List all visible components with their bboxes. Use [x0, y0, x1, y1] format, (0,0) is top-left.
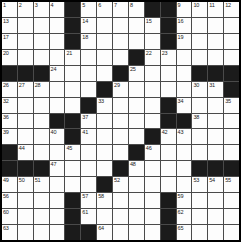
cell-r1c8[interactable]: 7 — [113, 2, 128, 17]
black-cell-r1c5 — [65, 2, 80, 17]
cell-r12c10[interactable] — [145, 177, 160, 192]
cell-r14c9[interactable] — [129, 209, 144, 224]
cell-r3c8[interactable] — [113, 34, 128, 49]
cell-r4c14[interactable] — [208, 50, 223, 65]
clue-number: 61 — [82, 209, 88, 215]
cell-r2c7[interactable] — [97, 18, 112, 33]
cell-r8c10[interactable] — [145, 114, 160, 129]
cell-r14c10[interactable] — [145, 209, 160, 224]
cell-r1c4[interactable]: 4 — [50, 2, 65, 17]
black-cell-r11c15 — [224, 161, 239, 176]
clue-number: 57 — [82, 193, 88, 199]
cell-r1c2[interactable]: 2 — [18, 2, 33, 17]
cell-r14c7[interactable] — [97, 209, 112, 224]
cell-r2c13[interactable] — [192, 18, 207, 33]
black-cell-r8c5 — [65, 114, 80, 129]
cell-r9c8[interactable] — [113, 129, 128, 144]
cell-r10c10[interactable]: 46 — [145, 145, 160, 160]
black-cell-r11c8 — [113, 161, 128, 176]
black-cell-r10c9 — [129, 145, 144, 160]
black-cell-r3c11 — [161, 34, 176, 49]
cell-r7c8[interactable] — [113, 98, 128, 113]
cell-r1c9[interactable]: 8 — [129, 2, 144, 17]
cell-r15c1[interactable]: 63 — [2, 225, 17, 240]
clue-number: 44 — [19, 145, 25, 151]
black-cell-r7c6 — [81, 98, 96, 113]
cell-r4c2[interactable] — [18, 50, 33, 65]
black-cell-r5c1 — [2, 66, 17, 81]
cell-r5c11[interactable] — [161, 66, 176, 81]
clue-number: 18 — [82, 34, 88, 40]
cell-r13c3[interactable] — [34, 193, 49, 208]
cell-r6c10[interactable] — [145, 82, 160, 97]
cell-r15c9[interactable] — [129, 225, 144, 240]
cell-r15c12[interactable]: 65 — [177, 225, 192, 240]
clue-number: 36 — [3, 114, 9, 120]
cell-r6c12[interactable] — [177, 82, 192, 97]
cell-r6c11[interactable] — [161, 82, 176, 97]
clue-number: 62 — [178, 209, 184, 215]
black-cell-r15c5 — [65, 225, 80, 240]
black-cell-r3c5 — [65, 34, 80, 49]
cell-r9c7[interactable] — [97, 129, 112, 144]
cell-r7c13[interactable] — [192, 98, 207, 113]
cell-r12c2[interactable]: 50 — [18, 177, 33, 192]
cell-r9c6[interactable]: 41 — [81, 129, 96, 144]
cell-r9c11[interactable]: 42 — [161, 129, 176, 144]
cell-r14c2[interactable] — [18, 209, 33, 224]
clue-number: 33 — [98, 98, 104, 104]
clue-number: 16 — [178, 18, 184, 24]
clue-number: 12 — [225, 2, 231, 8]
cell-r10c4[interactable] — [50, 145, 65, 160]
cell-r10c3[interactable] — [34, 145, 49, 160]
cell-r2c4[interactable] — [50, 18, 65, 33]
cell-r6c8[interactable]: 29 — [113, 82, 128, 97]
cell-r6c2[interactable]: 27 — [18, 82, 33, 97]
cell-r14c13[interactable] — [192, 209, 207, 224]
cell-r11c10[interactable] — [145, 161, 160, 176]
clue-number: 21 — [66, 50, 72, 56]
black-cell-r11c1 — [2, 161, 17, 176]
clue-number: 3 — [35, 2, 38, 8]
cell-r2c9[interactable] — [129, 18, 144, 33]
cell-r1c6[interactable]: 5 — [81, 2, 96, 17]
clue-number: 38 — [193, 114, 199, 120]
black-cell-r11c14 — [208, 161, 223, 176]
clue-number: 23 — [162, 50, 168, 56]
cell-r4c6[interactable] — [81, 50, 96, 65]
cell-r14c15[interactable] — [224, 209, 239, 224]
clue-number: 56 — [3, 193, 9, 199]
black-cell-r1c11 — [161, 2, 176, 17]
cell-r9c2[interactable] — [18, 129, 33, 144]
clue-number: 50 — [19, 177, 25, 183]
clue-number: 59 — [178, 193, 184, 199]
clue-number: 28 — [35, 82, 41, 88]
black-cell-r13c5 — [65, 193, 80, 208]
black-cell-r5c8 — [113, 66, 128, 81]
clue-number: 13 — [3, 18, 9, 24]
cell-r15c4[interactable] — [50, 225, 65, 240]
clue-number: 43 — [178, 129, 184, 135]
clue-number: 5 — [82, 2, 85, 8]
black-cell-r12c7 — [97, 177, 112, 192]
cell-r4c4[interactable] — [50, 50, 65, 65]
cell-r2c2[interactable] — [18, 18, 33, 33]
black-cell-r11c3 — [34, 161, 49, 176]
cell-r8c14[interactable] — [208, 114, 223, 129]
cell-r1c1[interactable]: 1 — [2, 2, 17, 17]
cell-r1c14[interactable]: 11 — [208, 2, 223, 17]
cell-r8c13[interactable]: 38 — [192, 114, 207, 129]
cell-r10c8[interactable] — [113, 145, 128, 160]
cell-r8c8[interactable] — [113, 114, 128, 129]
clue-number: 55 — [225, 177, 231, 183]
black-cell-r11c2 — [18, 161, 33, 176]
cell-r4c3[interactable] — [34, 50, 49, 65]
black-cell-r8c4 — [50, 114, 65, 129]
cell-r7c2[interactable] — [18, 98, 33, 113]
cell-r2c8[interactable] — [113, 18, 128, 33]
cell-r1c3[interactable]: 3 — [34, 2, 49, 17]
cell-r12c3[interactable]: 51 — [34, 177, 49, 192]
cell-r12c13[interactable]: 53 — [192, 177, 207, 192]
cell-r8c3[interactable] — [34, 114, 49, 129]
cell-r3c10[interactable] — [145, 34, 160, 49]
cell-r14c3[interactable] — [34, 209, 49, 224]
clue-number: 39 — [3, 129, 9, 135]
clue-number: 35 — [225, 98, 231, 104]
clue-number: 65 — [178, 225, 184, 231]
clue-number: 47 — [51, 161, 57, 167]
cell-r10c5[interactable]: 45 — [65, 145, 80, 160]
clue-number: 24 — [51, 66, 57, 72]
cell-r3c14[interactable] — [208, 34, 223, 49]
clue-number: 17 — [3, 34, 9, 40]
cell-r1c15[interactable]: 12 — [224, 2, 239, 17]
cell-r10c14[interactable] — [208, 145, 223, 160]
cell-r11c6[interactable] — [81, 161, 96, 176]
cell-r11c9[interactable]: 48 — [129, 161, 144, 176]
clue-number: 4 — [51, 2, 54, 8]
black-cell-r15c11 — [161, 225, 176, 240]
black-cell-r14c11 — [161, 209, 176, 224]
clue-number: 22 — [146, 50, 152, 56]
cell-r6c5[interactable] — [65, 82, 80, 97]
clue-number: 40 — [51, 129, 57, 135]
black-cell-r1c10 — [145, 2, 160, 17]
cell-r13c9[interactable] — [129, 193, 144, 208]
cell-r1c7[interactable]: 6 — [97, 2, 112, 17]
cell-r9c1[interactable]: 39 — [2, 129, 17, 144]
clue-number: 32 — [3, 98, 9, 104]
cell-r10c7[interactable] — [97, 145, 112, 160]
cell-r13c10[interactable] — [145, 193, 160, 208]
cell-r6c4[interactable] — [50, 82, 65, 97]
cell-r7c12[interactable]: 34 — [177, 98, 192, 113]
cell-r15c2[interactable] — [18, 225, 33, 240]
cell-r4c11[interactable]: 23 — [161, 50, 176, 65]
cell-r12c8[interactable]: 52 — [113, 177, 128, 192]
cell-r14c4[interactable] — [50, 209, 65, 224]
cell-r5c6[interactable] — [81, 66, 96, 81]
clue-number: 54 — [209, 177, 215, 183]
cell-r4c10[interactable]: 22 — [145, 50, 160, 65]
cell-r3c13[interactable] — [192, 34, 207, 49]
crossword-board: 1234567891011121314151617181920212223242… — [0, 0, 241, 242]
cell-r10c6[interactable] — [81, 145, 96, 160]
cell-r14c6[interactable]: 61 — [81, 209, 96, 224]
cell-r5c12[interactable] — [177, 66, 192, 81]
clue-number: 15 — [146, 18, 152, 24]
clue-number: 48 — [130, 161, 136, 167]
cell-r12c11[interactable] — [161, 177, 176, 192]
cell-r13c15[interactable] — [224, 193, 239, 208]
clue-number: 63 — [3, 225, 9, 231]
cell-r4c8[interactable] — [113, 50, 128, 65]
cell-r4c5[interactable]: 21 — [65, 50, 80, 65]
cell-r3c9[interactable] — [129, 34, 144, 49]
clue-number: 25 — [130, 66, 136, 72]
cell-r9c14[interactable] — [208, 129, 223, 144]
clue-number: 53 — [193, 177, 199, 183]
cell-r2c3[interactable] — [34, 18, 49, 33]
cell-r15c7[interactable]: 64 — [97, 225, 112, 240]
cell-r6c14[interactable]: 31 — [208, 82, 223, 97]
cell-r3c6[interactable]: 18 — [81, 34, 96, 49]
cell-r5c7[interactable] — [97, 66, 112, 81]
clue-number: 64 — [98, 225, 104, 231]
clue-number: 60 — [3, 209, 9, 215]
clue-number: 26 — [3, 82, 9, 88]
black-cell-r5c14 — [208, 66, 223, 81]
cell-r15c8[interactable] — [113, 225, 128, 240]
clue-number: 41 — [82, 129, 88, 135]
cell-r10c2[interactable]: 44 — [18, 145, 33, 160]
cell-r15c13[interactable] — [192, 225, 207, 240]
cell-r12c9[interactable] — [129, 177, 144, 192]
cell-r9c9[interactable] — [129, 129, 144, 144]
black-cell-r5c13 — [192, 66, 207, 81]
black-cell-r14c5 — [65, 209, 80, 224]
cell-r15c3[interactable] — [34, 225, 49, 240]
cell-r6c13[interactable]: 30 — [192, 82, 207, 97]
clue-number: 10 — [193, 2, 199, 8]
black-cell-r13c11 — [161, 193, 176, 208]
cell-r7c7[interactable]: 33 — [97, 98, 112, 113]
cell-r15c15[interactable] — [224, 225, 239, 240]
cell-r8c9[interactable] — [129, 114, 144, 129]
cell-r13c7[interactable]: 58 — [97, 193, 112, 208]
clue-number: 2 — [19, 2, 22, 8]
cell-r3c7[interactable] — [97, 34, 112, 49]
cell-r3c2[interactable] — [18, 34, 33, 49]
cell-r11c7[interactable] — [97, 161, 112, 176]
clue-number: 37 — [82, 114, 88, 120]
black-cell-r15c6 — [81, 225, 96, 240]
cell-r9c3[interactable] — [34, 129, 49, 144]
cell-r1c13[interactable]: 10 — [192, 2, 207, 17]
cell-r14c12[interactable]: 62 — [177, 209, 192, 224]
cell-r14c14[interactable] — [208, 209, 223, 224]
clue-number: 34 — [178, 98, 184, 104]
cell-r13c14[interactable] — [208, 193, 223, 208]
clue-number: 31 — [209, 82, 215, 88]
clue-number: 7 — [114, 2, 117, 8]
cell-r14c1[interactable]: 60 — [2, 209, 17, 224]
cell-r8c15[interactable] — [224, 114, 239, 129]
black-cell-r2c11 — [161, 18, 176, 33]
cell-r11c12[interactable] — [177, 161, 192, 176]
cell-r7c5[interactable] — [65, 98, 80, 113]
cell-r3c15[interactable] — [224, 34, 239, 49]
black-cell-r10c1 — [2, 145, 17, 160]
cell-r13c8[interactable] — [113, 193, 128, 208]
cell-r8c6[interactable]: 37 — [81, 114, 96, 129]
crossword-puzzle: 1234567891011121314151617181920212223242… — [0, 0, 241, 242]
black-cell-r7c11 — [161, 98, 176, 113]
cell-r12c5[interactable] — [65, 177, 80, 192]
cell-r7c14[interactable] — [208, 98, 223, 113]
cell-r6c6[interactable] — [81, 82, 96, 97]
clue-number: 6 — [98, 2, 101, 8]
cell-r3c3[interactable] — [34, 34, 49, 49]
cell-r10c11[interactable] — [161, 145, 176, 160]
clue-number: 49 — [3, 177, 9, 183]
cell-r2c1[interactable]: 13 — [2, 18, 17, 33]
cell-r13c2[interactable] — [18, 193, 33, 208]
clue-number: 29 — [114, 82, 120, 88]
black-cell-r6c15 — [224, 82, 239, 97]
black-cell-r2c5 — [65, 18, 80, 33]
clue-number: 45 — [66, 145, 72, 151]
cell-r4c15[interactable] — [224, 50, 239, 65]
clue-number: 19 — [178, 34, 184, 40]
clue-number: 46 — [146, 145, 152, 151]
black-cell-r8c12 — [177, 114, 192, 129]
cell-r5c5[interactable] — [65, 66, 80, 81]
cell-r4c7[interactable] — [97, 50, 112, 65]
cell-r7c15[interactable]: 35 — [224, 98, 239, 113]
cell-r3c1[interactable]: 17 — [2, 34, 17, 49]
cell-r12c1[interactable]: 49 — [2, 177, 17, 192]
cell-r6c9[interactable] — [129, 82, 144, 97]
clue-number: 20 — [3, 50, 9, 56]
cell-r6c3[interactable]: 28 — [34, 82, 49, 97]
black-cell-r11c13 — [192, 161, 207, 176]
cell-r8c7[interactable] — [97, 114, 112, 129]
black-cell-r9c5 — [65, 129, 80, 144]
clue-number: 51 — [35, 177, 41, 183]
black-cell-r5c15 — [224, 66, 239, 81]
clue-number: 52 — [114, 177, 120, 183]
cell-r15c10[interactable] — [145, 225, 160, 240]
cell-r5c4[interactable]: 24 — [50, 66, 65, 81]
black-cell-r9c10 — [145, 129, 160, 144]
cell-r3c12[interactable]: 19 — [177, 34, 192, 49]
cell-r10c13[interactable] — [192, 145, 207, 160]
cell-r2c15[interactable] — [224, 18, 239, 33]
cell-r1c12[interactable]: 9 — [177, 2, 192, 17]
cell-r12c15[interactable]: 55 — [224, 177, 239, 192]
cell-r9c15[interactable] — [224, 129, 239, 144]
cell-r13c4[interactable] — [50, 193, 65, 208]
cell-r2c14[interactable] — [208, 18, 223, 33]
clue-number: 42 — [162, 129, 168, 135]
cell-r2c6[interactable]: 14 — [81, 18, 96, 33]
cell-r10c12[interactable] — [177, 145, 192, 160]
black-cell-r5c3 — [34, 66, 49, 81]
cell-r8c2[interactable] — [18, 114, 33, 129]
black-cell-r5c2 — [18, 66, 33, 81]
clue-number: 30 — [193, 82, 199, 88]
cell-r13c13[interactable] — [192, 193, 207, 208]
clue-number: 58 — [98, 193, 104, 199]
cell-r12c6[interactable] — [81, 177, 96, 192]
cell-r9c4[interactable]: 40 — [50, 129, 65, 144]
cell-r7c3[interactable] — [34, 98, 49, 113]
cell-r2c10[interactable]: 15 — [145, 18, 160, 33]
cell-r13c12[interactable]: 59 — [177, 193, 192, 208]
clue-number: 9 — [178, 2, 181, 8]
cell-r10c15[interactable] — [224, 145, 239, 160]
clue-number: 11 — [209, 2, 214, 8]
black-cell-r4c9 — [129, 50, 144, 65]
clue-number: 8 — [130, 2, 133, 8]
cell-r15c14[interactable] — [208, 225, 223, 240]
cell-r5c9[interactable]: 25 — [129, 66, 144, 81]
cell-r3c4[interactable] — [50, 34, 65, 49]
cell-r7c10[interactable] — [145, 98, 160, 113]
cell-r12c14[interactable]: 54 — [208, 177, 223, 192]
cell-r9c13[interactable] — [192, 129, 207, 144]
clue-number: 27 — [19, 82, 25, 88]
black-cell-r8c11 — [161, 114, 176, 129]
cell-r13c1[interactable]: 56 — [2, 193, 17, 208]
cell-r4c1[interactable]: 20 — [2, 50, 17, 65]
cell-r11c5[interactable] — [65, 161, 80, 176]
cell-r9c12[interactable]: 43 — [177, 129, 192, 144]
black-cell-r6c7 — [97, 82, 112, 97]
clue-number: 14 — [82, 18, 88, 24]
cell-r14c8[interactable] — [113, 209, 128, 224]
cell-r13c6[interactable]: 57 — [81, 193, 96, 208]
cell-r11c11[interactable] — [161, 161, 176, 176]
cell-r11c4[interactable]: 47 — [50, 161, 65, 176]
cell-r7c1[interactable]: 32 — [2, 98, 17, 113]
cell-r8c1[interactable]: 36 — [2, 114, 17, 129]
cell-r7c9[interactable] — [129, 98, 144, 113]
cell-r7c4[interactable] — [50, 98, 65, 113]
cell-r12c12[interactable] — [177, 177, 192, 192]
cell-r5c10[interactable] — [145, 66, 160, 81]
cell-r4c13[interactable] — [192, 50, 207, 65]
clue-number: 1 — [3, 2, 6, 8]
cell-r4c12[interactable] — [177, 50, 192, 65]
cell-r6c1[interactable]: 26 — [2, 82, 17, 97]
cell-r12c4[interactable] — [50, 177, 65, 192]
cell-r2c12[interactable]: 16 — [177, 18, 192, 33]
